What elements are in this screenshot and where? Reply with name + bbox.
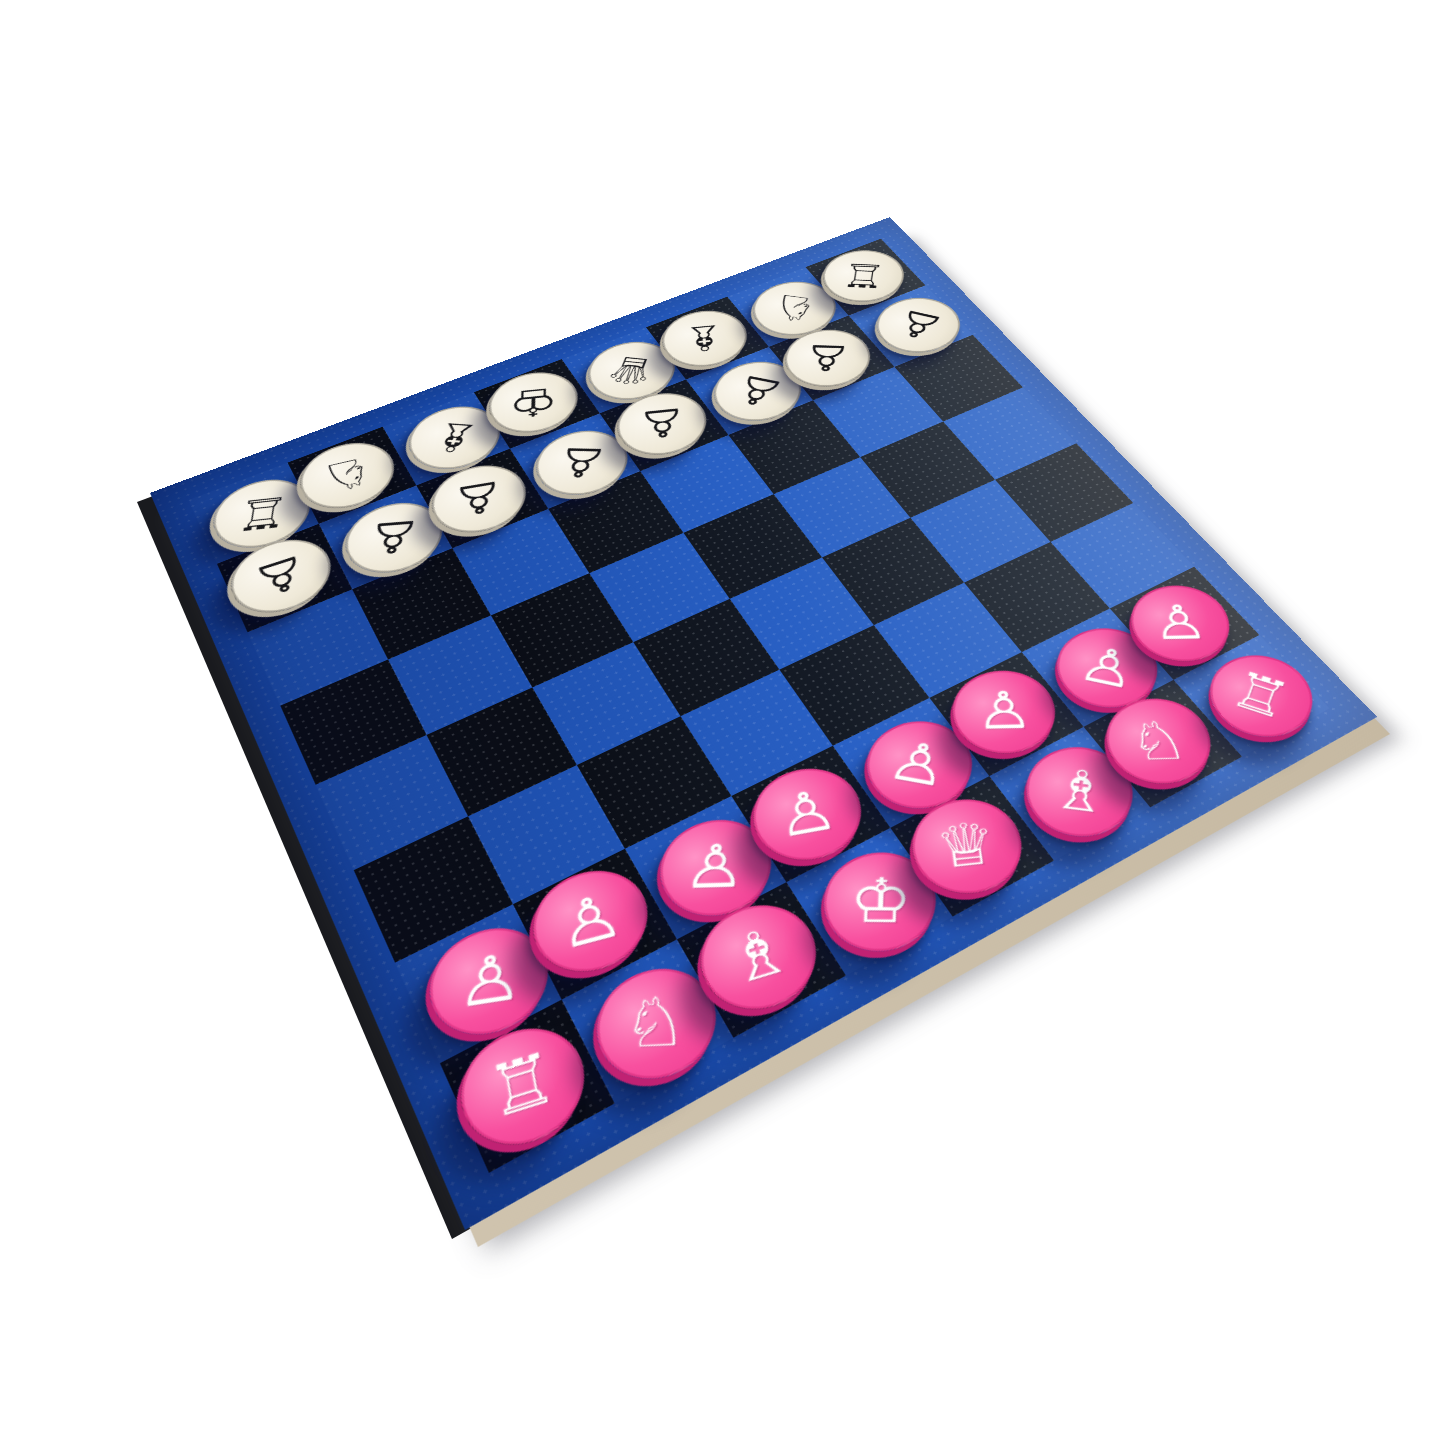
knight-glyph: ♘ [620, 988, 691, 1059]
knight-glyph: ♘ [318, 450, 376, 500]
bishop-glyph: ♗ [1047, 760, 1112, 822]
rook-glyph: ♖ [839, 259, 889, 293]
rook-glyph: ♖ [1224, 664, 1296, 728]
pawn-glyph: ♙ [451, 474, 506, 523]
pawn-glyph: ♙ [248, 547, 314, 605]
bishop-glyph: ♗ [719, 917, 799, 996]
king-glyph: ♔ [508, 382, 558, 423]
pawn-glyph: ♙ [975, 685, 1035, 737]
pawn-glyph: ♙ [801, 339, 853, 375]
pawn-glyph: ♙ [726, 369, 790, 413]
pawn-glyph: ♙ [883, 733, 954, 796]
chess-board: ♖♘♗♔♕♗♘♖♙♙♙♙♙♙♙♙♙♙♙♙♙♙♙♙♖♘♗♔♕♗♘♖ [150, 217, 1377, 1230]
pawn-glyph: ♙ [552, 442, 612, 483]
pawn-glyph: ♙ [772, 781, 842, 847]
queen-glyph: ♕ [932, 814, 1001, 878]
pawn-glyph: ♙ [456, 943, 523, 1018]
queen-glyph: ♕ [601, 350, 661, 390]
knight-glyph: ♘ [765, 289, 822, 327]
king-glyph: ♔ [848, 870, 913, 932]
pawn-glyph: ♙ [888, 304, 949, 346]
knight-glyph: ♘ [1126, 714, 1191, 768]
rook-glyph: ♖ [232, 490, 292, 537]
pawn-glyph: ♙ [363, 514, 422, 561]
pawn-glyph: ♙ [553, 883, 627, 959]
pawn-glyph: ♙ [682, 837, 748, 898]
rook-glyph: ♖ [483, 1042, 563, 1131]
bishop-glyph: ♗ [680, 319, 729, 357]
bishop-glyph: ♗ [423, 417, 487, 459]
pawn-glyph: ♙ [637, 402, 689, 445]
board-top-wrap: ♖♘♗♔♕♗♘♖♙♙♙♙♙♙♙♙♙♙♙♙♙♙♙♙♖♘♗♔♕♗♘♖ [0, 0, 1445, 1445]
pawn-glyph: ♙ [1149, 599, 1210, 647]
pawn-glyph: ♙ [1074, 638, 1141, 697]
photo-backdrop: ♖♘♗♔♕♗♘♖♙♙♙♙♙♙♙♙♙♙♙♙♙♙♙♙♖♘♗♔♕♗♘♖ [0, 0, 1445, 1445]
board-scene: ♖♘♗♔♕♗♘♖♙♙♙♙♙♙♙♙♙♙♙♙♙♙♙♙♖♘♗♔♕♗♘♖ [0, 0, 1445, 1445]
